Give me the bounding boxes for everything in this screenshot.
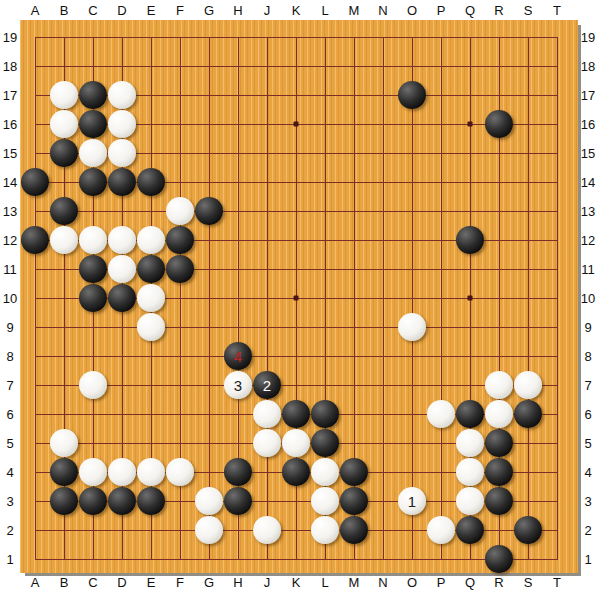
white-stone-F4[interactable]: [166, 458, 194, 486]
black-stone-L5[interactable]: [311, 429, 339, 457]
row-label-right-9: 9: [584, 321, 591, 334]
row-label-left-19: 19: [3, 31, 17, 44]
row-label-left-18: 18: [3, 60, 17, 73]
black-stone-B3[interactable]: [50, 487, 78, 515]
white-stone-E4[interactable]: [137, 458, 165, 486]
move-number-2: 2: [253, 371, 281, 399]
col-label-bottom-H: H: [233, 576, 242, 589]
black-stone-H4[interactable]: [224, 458, 252, 486]
col-label-top-C: C: [88, 4, 97, 17]
black-stone-D14[interactable]: [108, 168, 136, 196]
white-stone-E9[interactable]: [137, 313, 165, 341]
row-label-left-9: 9: [6, 321, 13, 334]
black-stone-D3[interactable]: [108, 487, 136, 515]
col-label-top-G: G: [204, 4, 214, 17]
white-stone-G2[interactable]: [195, 516, 223, 544]
black-stone-Q2[interactable]: [456, 516, 484, 544]
col-label-bottom-G: G: [204, 576, 214, 589]
col-label-bottom-P: P: [437, 576, 446, 589]
col-label-top-L: L: [321, 4, 328, 17]
col-label-top-N: N: [378, 4, 387, 17]
row-label-right-3: 3: [584, 495, 591, 508]
white-stone-P2[interactable]: [427, 516, 455, 544]
white-stone-Q3[interactable]: [456, 487, 484, 515]
move-number-1: 1: [398, 487, 426, 515]
col-label-top-K: K: [292, 4, 301, 17]
col-label-top-H: H: [233, 4, 242, 17]
star-point-Q10: [468, 296, 473, 301]
white-stone-D4[interactable]: [108, 458, 136, 486]
col-label-bottom-N: N: [378, 576, 387, 589]
col-label-bottom-M: M: [349, 576, 360, 589]
black-stone-R1[interactable]: [485, 545, 513, 573]
white-stone-B16[interactable]: [50, 110, 78, 138]
black-stone-C3[interactable]: [79, 487, 107, 515]
row-label-left-5: 5: [6, 437, 13, 450]
black-stone-R16[interactable]: [485, 110, 513, 138]
move-number-4: 4: [224, 342, 252, 370]
black-stone-R4[interactable]: [485, 458, 513, 486]
black-stone-R3[interactable]: [485, 487, 513, 515]
white-stone-K5[interactable]: [282, 429, 310, 457]
col-label-top-S: S: [524, 4, 533, 17]
white-stone-J2[interactable]: [253, 516, 281, 544]
col-label-bottom-J: J: [264, 576, 271, 589]
black-stone-H3[interactable]: [224, 487, 252, 515]
black-stone-G13[interactable]: [195, 197, 223, 225]
col-label-top-T: T: [553, 4, 561, 17]
white-stone-J6[interactable]: [253, 400, 281, 428]
col-label-top-M: M: [349, 4, 360, 17]
white-stone-R7[interactable]: [485, 371, 513, 399]
row-label-right-12: 12: [581, 234, 595, 247]
row-label-right-2: 2: [584, 524, 591, 537]
black-stone-R5[interactable]: [485, 429, 513, 457]
col-label-bottom-R: R: [494, 576, 503, 589]
col-label-top-F: F: [176, 4, 184, 17]
col-label-top-P: P: [437, 4, 446, 17]
black-stone-C10[interactable]: [79, 284, 107, 312]
col-label-bottom-C: C: [88, 576, 97, 589]
black-stone-F11[interactable]: [166, 255, 194, 283]
row-label-left-6: 6: [6, 408, 13, 421]
col-label-bottom-A: A: [31, 576, 40, 589]
black-stone-H8[interactable]: 4: [224, 342, 252, 370]
white-stone-G3[interactable]: [195, 487, 223, 515]
black-stone-O17[interactable]: [398, 81, 426, 109]
white-stone-R6[interactable]: [485, 400, 513, 428]
row-label-left-1: 1: [6, 553, 13, 566]
black-stone-M3[interactable]: [340, 487, 368, 515]
black-stone-A14[interactable]: [21, 168, 49, 196]
row-label-left-10: 10: [3, 292, 17, 305]
white-stone-C7[interactable]: [79, 371, 107, 399]
white-stone-F13[interactable]: [166, 197, 194, 225]
black-stone-K6[interactable]: [282, 400, 310, 428]
col-label-bottom-O: O: [407, 576, 417, 589]
col-label-bottom-D: D: [117, 576, 126, 589]
row-label-left-13: 13: [3, 205, 17, 218]
col-label-bottom-S: S: [524, 576, 533, 589]
white-stone-O9[interactable]: [398, 313, 426, 341]
white-stone-J5[interactable]: [253, 429, 281, 457]
row-label-right-18: 18: [581, 60, 595, 73]
star-point-K16: [294, 122, 299, 127]
white-stone-P6[interactable]: [427, 400, 455, 428]
row-label-right-1: 1: [584, 553, 591, 566]
black-stone-J7[interactable]: 2: [253, 371, 281, 399]
col-label-bottom-K: K: [292, 576, 301, 589]
white-stone-D17[interactable]: [108, 81, 136, 109]
black-stone-S2[interactable]: [514, 516, 542, 544]
white-stone-S7[interactable]: [514, 371, 542, 399]
row-label-right-14: 14: [581, 176, 595, 189]
star-point-K10: [294, 296, 299, 301]
col-label-top-E: E: [147, 4, 156, 17]
row-label-left-14: 14: [3, 176, 17, 189]
go-game-screenshot: AABBCCDDEEFFGGHHJJKKLLMMNNOOPPQQRRSSTT19…: [0, 0, 599, 596]
col-label-bottom-T: T: [553, 576, 561, 589]
row-label-right-19: 19: [581, 31, 595, 44]
black-stone-L6[interactable]: [311, 400, 339, 428]
col-label-top-B: B: [60, 4, 69, 17]
black-stone-S6[interactable]: [514, 400, 542, 428]
white-stone-B12[interactable]: [50, 226, 78, 254]
col-label-bottom-B: B: [60, 576, 69, 589]
row-label-left-12: 12: [3, 234, 17, 247]
black-stone-C17[interactable]: [79, 81, 107, 109]
white-stone-D11[interactable]: [108, 255, 136, 283]
col-label-top-R: R: [494, 4, 503, 17]
row-label-right-16: 16: [581, 118, 595, 131]
black-stone-Q12[interactable]: [456, 226, 484, 254]
row-label-right-6: 6: [584, 408, 591, 421]
white-stone-B5[interactable]: [50, 429, 78, 457]
white-stone-Q4[interactable]: [456, 458, 484, 486]
col-label-top-A: A: [31, 4, 40, 17]
row-label-left-16: 16: [3, 118, 17, 131]
row-label-right-7: 7: [584, 379, 591, 392]
row-label-left-2: 2: [6, 524, 13, 537]
row-label-left-8: 8: [6, 350, 13, 363]
white-stone-D12[interactable]: [108, 226, 136, 254]
black-stone-M2[interactable]: [340, 516, 368, 544]
white-stone-E12[interactable]: [137, 226, 165, 254]
white-stone-C4[interactable]: [79, 458, 107, 486]
row-label-right-8: 8: [584, 350, 591, 363]
row-label-left-11: 11: [3, 263, 17, 276]
col-label-top-D: D: [117, 4, 126, 17]
col-label-bottom-F: F: [176, 576, 184, 589]
black-stone-C14[interactable]: [79, 168, 107, 196]
row-label-right-5: 5: [584, 437, 591, 450]
row-label-right-10: 10: [581, 292, 595, 305]
white-stone-L2[interactable]: [311, 516, 339, 544]
white-stone-C12[interactable]: [79, 226, 107, 254]
black-stone-E3[interactable]: [137, 487, 165, 515]
star-point-Q16: [468, 122, 473, 127]
row-label-left-7: 7: [6, 379, 13, 392]
black-stone-K4[interactable]: [282, 458, 310, 486]
black-stone-C11[interactable]: [79, 255, 107, 283]
black-stone-B15[interactable]: [50, 139, 78, 167]
move-number-3: 3: [224, 371, 252, 399]
row-label-right-15: 15: [581, 147, 595, 160]
white-stone-D16[interactable]: [108, 110, 136, 138]
black-stone-E11[interactable]: [137, 255, 165, 283]
col-label-top-Q: Q: [465, 4, 475, 17]
col-label-bottom-L: L: [321, 576, 328, 589]
white-stone-E10[interactable]: [137, 284, 165, 312]
white-stone-O3[interactable]: 1: [398, 487, 426, 515]
col-label-top-O: O: [407, 4, 417, 17]
row-label-left-4: 4: [6, 466, 13, 479]
row-label-right-17: 17: [581, 89, 595, 102]
col-label-bottom-Q: Q: [465, 576, 475, 589]
row-label-left-15: 15: [3, 147, 17, 160]
col-label-top-J: J: [264, 4, 271, 17]
white-stone-C15[interactable]: [79, 139, 107, 167]
black-stone-F12[interactable]: [166, 226, 194, 254]
row-label-right-11: 11: [581, 263, 595, 276]
row-label-left-17: 17: [3, 89, 17, 102]
black-stone-E14[interactable]: [137, 168, 165, 196]
black-stone-Q6[interactable]: [456, 400, 484, 428]
black-stone-B4[interactable]: [50, 458, 78, 486]
row-label-left-3: 3: [6, 495, 13, 508]
white-stone-D15[interactable]: [108, 139, 136, 167]
white-stone-L4[interactable]: [311, 458, 339, 486]
black-stone-A12[interactable]: [21, 226, 49, 254]
black-stone-M4[interactable]: [340, 458, 368, 486]
white-stone-H7[interactable]: 3: [224, 371, 252, 399]
white-stone-L3[interactable]: [311, 487, 339, 515]
col-label-bottom-E: E: [147, 576, 156, 589]
row-label-right-4: 4: [584, 466, 591, 479]
black-stone-B13[interactable]: [50, 197, 78, 225]
white-stone-B17[interactable]: [50, 81, 78, 109]
black-stone-C16[interactable]: [79, 110, 107, 138]
black-stone-D10[interactable]: [108, 284, 136, 312]
row-label-right-13: 13: [581, 205, 595, 218]
white-stone-Q5[interactable]: [456, 429, 484, 457]
